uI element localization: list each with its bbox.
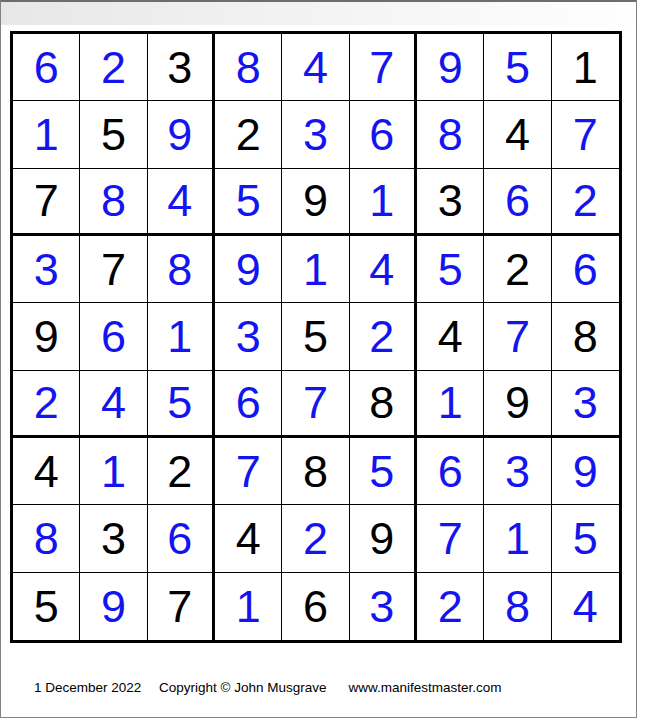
cell-r2c4: 2 [215,101,282,168]
cell-r1c5: 4 [282,34,349,101]
cell-r9c3: 7 [148,573,215,640]
cell-r7c6: 5 [350,438,417,505]
cell-r7c7: 6 [417,438,484,505]
cell-r7c5: 8 [282,438,349,505]
cell-r2c3: 9 [148,101,215,168]
cell-r3c3: 4 [148,169,215,236]
cell-r3c9: 2 [552,169,619,236]
cell-r8c3: 6 [148,505,215,572]
cell-r4c5: 1 [282,236,349,303]
cell-r2c2: 5 [80,101,147,168]
footer-copyright: Copyright © John Musgrave [159,680,327,695]
cell-r6c4: 6 [215,371,282,438]
header-band [1,2,636,25]
cell-r8c2: 3 [80,505,147,572]
cell-r3c5: 9 [282,169,349,236]
cell-r7c8: 3 [484,438,551,505]
cell-r9c9: 4 [552,573,619,640]
cell-r7c2: 1 [80,438,147,505]
cell-r4c2: 7 [80,236,147,303]
cell-r1c4: 8 [215,34,282,101]
cell-r8c9: 5 [552,505,619,572]
cell-r1c9: 1 [552,34,619,101]
cell-r1c6: 7 [350,34,417,101]
cell-r3c2: 8 [80,169,147,236]
cell-r7c9: 9 [552,438,619,505]
cell-r8c5: 2 [282,505,349,572]
cell-r6c9: 3 [552,371,619,438]
cell-r8c1: 8 [13,505,80,572]
cell-r2c6: 6 [350,101,417,168]
cell-r8c8: 1 [484,505,551,572]
cell-r5c7: 4 [417,303,484,370]
cell-r2c1: 1 [13,101,80,168]
cell-r9c4: 1 [215,573,282,640]
cell-r1c2: 2 [80,34,147,101]
footer: 1 December 2022 Copyright © John Musgrav… [34,680,501,695]
cell-r3c6: 1 [350,169,417,236]
cell-r7c3: 2 [148,438,215,505]
footer-website: www.manifestmaster.com [348,680,501,695]
cell-r6c6: 8 [350,371,417,438]
cell-r7c1: 4 [13,438,80,505]
cell-r3c8: 6 [484,169,551,236]
cell-r2c9: 7 [552,101,619,168]
cell-r9c8: 8 [484,573,551,640]
cell-r2c7: 8 [417,101,484,168]
cell-r1c1: 6 [13,34,80,101]
cell-r4c8: 2 [484,236,551,303]
cell-r6c1: 2 [13,371,80,438]
cell-r4c1: 3 [13,236,80,303]
cell-r6c8: 9 [484,371,551,438]
cell-r2c5: 3 [282,101,349,168]
cell-r6c5: 7 [282,371,349,438]
cell-r3c7: 3 [417,169,484,236]
cell-r9c7: 2 [417,573,484,640]
cell-r8c7: 7 [417,505,484,572]
cell-r1c7: 9 [417,34,484,101]
cell-r9c2: 9 [80,573,147,640]
cell-r1c8: 5 [484,34,551,101]
sudoku-board: 6238479511592368477845913623789145269613… [10,31,622,643]
cell-r5c9: 8 [552,303,619,370]
cell-r4c9: 6 [552,236,619,303]
cell-r1c3: 3 [148,34,215,101]
cell-r4c6: 4 [350,236,417,303]
cell-r9c5: 6 [282,573,349,640]
cell-r3c1: 7 [13,169,80,236]
cell-r5c4: 3 [215,303,282,370]
cell-r9c1: 5 [13,573,80,640]
cell-r5c5: 5 [282,303,349,370]
cell-r6c2: 4 [80,371,147,438]
cell-r7c4: 7 [215,438,282,505]
cell-r5c8: 7 [484,303,551,370]
page: 6238479511592368477845913623789145269613… [0,0,637,718]
cell-r9c6: 3 [350,573,417,640]
cell-r5c1: 9 [13,303,80,370]
cell-r5c3: 1 [148,303,215,370]
cell-r4c3: 8 [148,236,215,303]
cell-r8c4: 4 [215,505,282,572]
footer-date: 1 December 2022 [34,680,141,695]
cell-r5c6: 2 [350,303,417,370]
cell-r3c4: 5 [215,169,282,236]
cell-r6c3: 5 [148,371,215,438]
cell-r8c6: 9 [350,505,417,572]
cell-r5c2: 6 [80,303,147,370]
cell-r4c4: 9 [215,236,282,303]
cell-r4c7: 5 [417,236,484,303]
cell-r2c8: 4 [484,101,551,168]
cell-r6c7: 1 [417,371,484,438]
